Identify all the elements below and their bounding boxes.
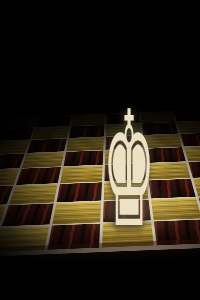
- black-vignette: [0, 0, 200, 300]
- chess-photo-scene: ♚: [0, 0, 200, 300]
